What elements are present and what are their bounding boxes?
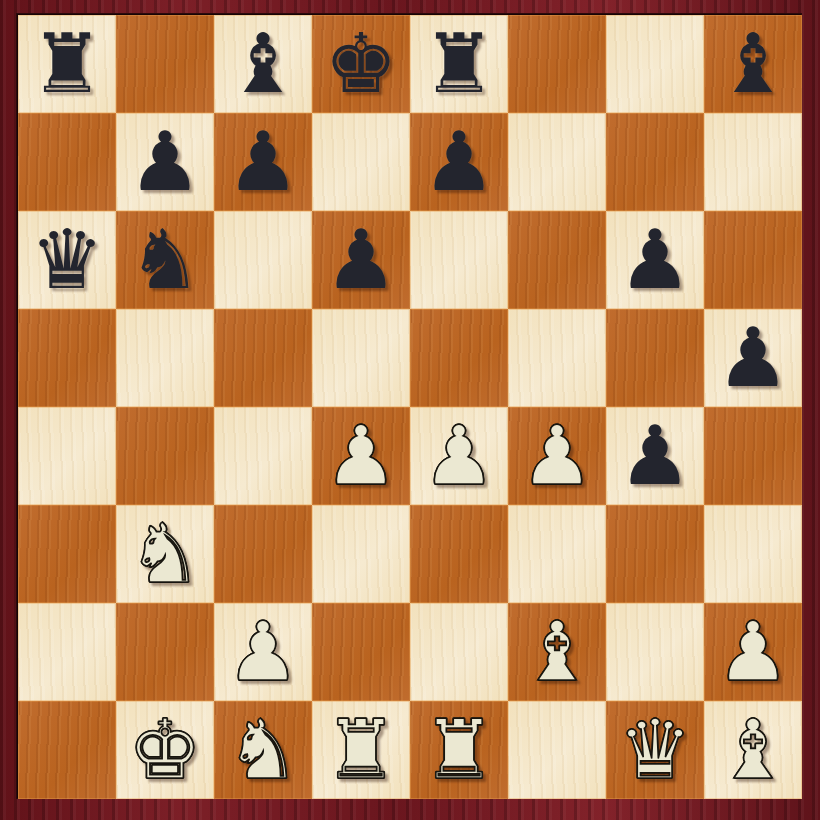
black-knight: ♞ bbox=[128, 211, 202, 309]
square-b5[interactable] bbox=[116, 309, 214, 407]
square-h4[interactable] bbox=[704, 407, 802, 505]
square-d2[interactable] bbox=[312, 603, 410, 701]
square-h3[interactable] bbox=[704, 505, 802, 603]
square-e7[interactable]: ♟ bbox=[410, 113, 508, 211]
square-h6[interactable] bbox=[704, 211, 802, 309]
square-d8[interactable]: ♚ bbox=[312, 15, 410, 113]
square-c8[interactable]: ♝ bbox=[214, 15, 312, 113]
square-g3[interactable] bbox=[606, 505, 704, 603]
square-b3[interactable]: ♞ bbox=[116, 505, 214, 603]
square-h7[interactable] bbox=[704, 113, 802, 211]
square-e6[interactable] bbox=[410, 211, 508, 309]
black-pawn: ♟ bbox=[128, 113, 202, 211]
square-b8[interactable] bbox=[116, 15, 214, 113]
square-e1[interactable]: ♜ bbox=[410, 701, 508, 799]
square-e4[interactable]: ♟ bbox=[410, 407, 508, 505]
square-e5[interactable] bbox=[410, 309, 508, 407]
square-c7[interactable]: ♟ bbox=[214, 113, 312, 211]
square-f4[interactable]: ♟ bbox=[508, 407, 606, 505]
square-c6[interactable] bbox=[214, 211, 312, 309]
square-a6[interactable]: ♛ bbox=[18, 211, 116, 309]
square-h1[interactable]: ♝ bbox=[704, 701, 802, 799]
square-g5[interactable] bbox=[606, 309, 704, 407]
square-g1[interactable]: ♛ bbox=[606, 701, 704, 799]
square-d4[interactable]: ♟ bbox=[312, 407, 410, 505]
square-a3[interactable] bbox=[18, 505, 116, 603]
square-e2[interactable] bbox=[410, 603, 508, 701]
square-g4[interactable]: ♟ bbox=[606, 407, 704, 505]
white-rook: ♜ bbox=[324, 701, 398, 799]
white-bishop: ♝ bbox=[520, 603, 594, 701]
square-c2[interactable]: ♟ bbox=[214, 603, 312, 701]
square-a5[interactable] bbox=[18, 309, 116, 407]
black-rook: ♜ bbox=[422, 15, 496, 113]
square-f3[interactable] bbox=[508, 505, 606, 603]
white-pawn: ♟ bbox=[520, 407, 594, 505]
square-b1[interactable]: ♚ bbox=[116, 701, 214, 799]
square-h2[interactable]: ♟ bbox=[704, 603, 802, 701]
board-frame: ♜♝♚♜♝♟♟♟♛♞♟♟♟♟♟♟♟♞♟♝♟♚♞♜♜♛♝ bbox=[0, 0, 820, 820]
square-d6[interactable]: ♟ bbox=[312, 211, 410, 309]
black-rook: ♜ bbox=[30, 15, 104, 113]
square-b4[interactable] bbox=[116, 407, 214, 505]
chess-board: ♜♝♚♜♝♟♟♟♛♞♟♟♟♟♟♟♟♞♟♝♟♚♞♜♜♛♝ bbox=[17, 14, 801, 798]
square-d3[interactable] bbox=[312, 505, 410, 603]
square-c4[interactable] bbox=[214, 407, 312, 505]
square-f6[interactable] bbox=[508, 211, 606, 309]
square-f5[interactable] bbox=[508, 309, 606, 407]
black-pawn: ♟ bbox=[422, 113, 496, 211]
white-pawn: ♟ bbox=[226, 603, 300, 701]
square-g6[interactable]: ♟ bbox=[606, 211, 704, 309]
black-pawn: ♟ bbox=[226, 113, 300, 211]
square-f1[interactable] bbox=[508, 701, 606, 799]
square-g2[interactable] bbox=[606, 603, 704, 701]
black-pawn: ♟ bbox=[716, 309, 790, 407]
square-d5[interactable] bbox=[312, 309, 410, 407]
white-knight: ♞ bbox=[226, 701, 300, 799]
black-queen: ♛ bbox=[30, 211, 104, 309]
white-pawn: ♟ bbox=[324, 407, 398, 505]
square-a7[interactable] bbox=[18, 113, 116, 211]
square-d7[interactable] bbox=[312, 113, 410, 211]
square-h5[interactable]: ♟ bbox=[704, 309, 802, 407]
black-pawn: ♟ bbox=[324, 211, 398, 309]
square-c3[interactable] bbox=[214, 505, 312, 603]
square-e3[interactable] bbox=[410, 505, 508, 603]
square-f7[interactable] bbox=[508, 113, 606, 211]
black-king: ♚ bbox=[324, 15, 398, 113]
square-a8[interactable]: ♜ bbox=[18, 15, 116, 113]
square-g8[interactable] bbox=[606, 15, 704, 113]
white-pawn: ♟ bbox=[716, 603, 790, 701]
square-f8[interactable] bbox=[508, 15, 606, 113]
square-a4[interactable] bbox=[18, 407, 116, 505]
white-rook: ♜ bbox=[422, 701, 496, 799]
square-f2[interactable]: ♝ bbox=[508, 603, 606, 701]
white-bishop: ♝ bbox=[716, 701, 790, 799]
black-pawn: ♟ bbox=[618, 407, 692, 505]
black-bishop: ♝ bbox=[716, 15, 790, 113]
white-knight: ♞ bbox=[128, 505, 202, 603]
black-pawn: ♟ bbox=[618, 211, 692, 309]
square-c1[interactable]: ♞ bbox=[214, 701, 312, 799]
white-queen: ♛ bbox=[618, 701, 692, 799]
square-a1[interactable] bbox=[18, 701, 116, 799]
square-b7[interactable]: ♟ bbox=[116, 113, 214, 211]
white-king: ♚ bbox=[128, 701, 202, 799]
square-e8[interactable]: ♜ bbox=[410, 15, 508, 113]
white-pawn: ♟ bbox=[422, 407, 496, 505]
square-h8[interactable]: ♝ bbox=[704, 15, 802, 113]
black-bishop: ♝ bbox=[226, 15, 300, 113]
square-b6[interactable]: ♞ bbox=[116, 211, 214, 309]
square-d1[interactable]: ♜ bbox=[312, 701, 410, 799]
square-b2[interactable] bbox=[116, 603, 214, 701]
square-a2[interactable] bbox=[18, 603, 116, 701]
square-c5[interactable] bbox=[214, 309, 312, 407]
square-g7[interactable] bbox=[606, 113, 704, 211]
